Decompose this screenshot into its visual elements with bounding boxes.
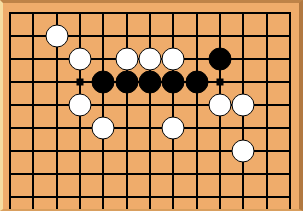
- empty-intersection[interactable]: [209, 117, 232, 140]
- empty-intersection[interactable]: [45, 48, 68, 71]
- empty-intersection[interactable]: [45, 94, 68, 117]
- empty-intersection[interactable]: [279, 94, 302, 117]
- empty-intersection[interactable]: [255, 163, 278, 186]
- empty-intersection[interactable]: [185, 163, 208, 186]
- empty-intersection[interactable]: [115, 2, 138, 25]
- empty-intersection[interactable]: [69, 140, 92, 163]
- empty-intersection[interactable]: [232, 25, 255, 48]
- empty-intersection[interactable]: [209, 2, 232, 25]
- empty-intersection[interactable]: [22, 163, 45, 186]
- empty-intersection[interactable]: [45, 140, 68, 163]
- empty-intersection[interactable]: [22, 25, 45, 48]
- empty-intersection[interactable]: [185, 186, 208, 209]
- white-stone[interactable]: [69, 94, 92, 117]
- empty-intersection[interactable]: [162, 25, 185, 48]
- empty-intersection[interactable]: [115, 117, 138, 140]
- empty-intersection[interactable]: [185, 117, 208, 140]
- empty-intersection[interactable]: [92, 94, 115, 117]
- empty-intersection[interactable]: [0, 94, 22, 117]
- empty-intersection[interactable]: [22, 186, 45, 209]
- empty-intersection[interactable]: [162, 186, 185, 209]
- empty-intersection[interactable]: [162, 94, 185, 117]
- empty-intersection[interactable]: [279, 117, 302, 140]
- empty-intersection[interactable]: [45, 71, 68, 94]
- empty-intersection[interactable]: [92, 2, 115, 25]
- empty-intersection[interactable]: [279, 48, 302, 71]
- empty-intersection[interactable]: [255, 186, 278, 209]
- empty-intersection[interactable]: [69, 117, 92, 140]
- empty-intersection[interactable]: [45, 186, 68, 209]
- white-stone[interactable]: [232, 140, 255, 163]
- empty-intersection[interactable]: [92, 140, 115, 163]
- empty-intersection[interactable]: [279, 186, 302, 209]
- empty-intersection[interactable]: [139, 25, 162, 48]
- stones-layer: [0, 0, 303, 211]
- empty-intersection[interactable]: [162, 2, 185, 25]
- empty-intersection[interactable]: [45, 2, 68, 25]
- empty-intersection[interactable]: [139, 117, 162, 140]
- empty-intersection[interactable]: [162, 163, 185, 186]
- empty-intersection[interactable]: [115, 94, 138, 117]
- black-stone[interactable]: [185, 71, 208, 94]
- empty-intersection[interactable]: [185, 2, 208, 25]
- empty-intersection[interactable]: [255, 48, 278, 71]
- empty-intersection[interactable]: [232, 2, 255, 25]
- empty-intersection[interactable]: [0, 2, 22, 25]
- empty-intersection[interactable]: [92, 163, 115, 186]
- hoshi-marker[interactable]: [217, 79, 224, 86]
- empty-intersection[interactable]: [209, 25, 232, 48]
- empty-intersection[interactable]: [255, 117, 278, 140]
- empty-intersection[interactable]: [255, 94, 278, 117]
- empty-intersection[interactable]: [232, 163, 255, 186]
- empty-intersection[interactable]: [185, 140, 208, 163]
- empty-intersection[interactable]: [232, 48, 255, 71]
- empty-intersection[interactable]: [255, 25, 278, 48]
- empty-intersection[interactable]: [139, 140, 162, 163]
- empty-intersection[interactable]: [185, 94, 208, 117]
- empty-intersection[interactable]: [255, 71, 278, 94]
- white-stone[interactable]: [232, 94, 255, 117]
- empty-intersection[interactable]: [22, 117, 45, 140]
- empty-intersection[interactable]: [69, 25, 92, 48]
- empty-intersection[interactable]: [22, 71, 45, 94]
- empty-intersection[interactable]: [162, 140, 185, 163]
- empty-intersection[interactable]: [45, 163, 68, 186]
- empty-intersection[interactable]: [255, 2, 278, 25]
- empty-intersection[interactable]: [0, 25, 22, 48]
- empty-intersection[interactable]: [69, 163, 92, 186]
- empty-intersection[interactable]: [279, 25, 302, 48]
- hoshi-marker[interactable]: [77, 79, 84, 86]
- white-stone[interactable]: [162, 117, 185, 140]
- white-stone[interactable]: [139, 48, 162, 71]
- white-stone[interactable]: [69, 48, 92, 71]
- empty-intersection[interactable]: [279, 2, 302, 25]
- empty-intersection[interactable]: [22, 94, 45, 117]
- empty-intersection[interactable]: [185, 48, 208, 71]
- empty-intersection[interactable]: [139, 186, 162, 209]
- empty-intersection[interactable]: [45, 117, 68, 140]
- empty-intersection[interactable]: [139, 94, 162, 117]
- empty-intersection[interactable]: [22, 140, 45, 163]
- empty-intersection[interactable]: [139, 163, 162, 186]
- empty-intersection[interactable]: [209, 186, 232, 209]
- empty-intersection[interactable]: [0, 71, 22, 94]
- black-stone[interactable]: [209, 48, 232, 71]
- empty-intersection[interactable]: [255, 140, 278, 163]
- empty-intersection[interactable]: [0, 48, 22, 71]
- empty-intersection[interactable]: [115, 186, 138, 209]
- empty-intersection[interactable]: [232, 71, 255, 94]
- white-stone[interactable]: [115, 48, 138, 71]
- empty-intersection[interactable]: [185, 25, 208, 48]
- go-board-diagram: [0, 0, 303, 211]
- empty-intersection[interactable]: [115, 25, 138, 48]
- empty-intersection[interactable]: [92, 48, 115, 71]
- empty-intersection[interactable]: [279, 140, 302, 163]
- empty-intersection[interactable]: [0, 163, 22, 186]
- empty-intersection[interactable]: [139, 2, 162, 25]
- empty-intersection[interactable]: [115, 163, 138, 186]
- empty-intersection[interactable]: [232, 186, 255, 209]
- empty-intersection[interactable]: [92, 25, 115, 48]
- white-stone[interactable]: [162, 48, 185, 71]
- empty-intersection[interactable]: [279, 71, 302, 94]
- empty-intersection[interactable]: [69, 186, 92, 209]
- black-stone[interactable]: [139, 71, 162, 94]
- black-stone[interactable]: [162, 71, 185, 94]
- empty-intersection[interactable]: [115, 140, 138, 163]
- empty-intersection[interactable]: [69, 2, 92, 25]
- empty-intersection[interactable]: [209, 163, 232, 186]
- white-stone[interactable]: [92, 117, 115, 140]
- white-stone[interactable]: [45, 25, 68, 48]
- empty-intersection[interactable]: [232, 117, 255, 140]
- white-stone[interactable]: [209, 94, 232, 117]
- empty-intersection[interactable]: [0, 140, 22, 163]
- black-stone[interactable]: [115, 71, 138, 94]
- empty-intersection[interactable]: [92, 186, 115, 209]
- empty-intersection[interactable]: [0, 117, 22, 140]
- empty-intersection[interactable]: [22, 48, 45, 71]
- empty-intersection[interactable]: [0, 186, 22, 209]
- empty-intersection[interactable]: [209, 140, 232, 163]
- black-stone[interactable]: [92, 71, 115, 94]
- empty-intersection[interactable]: [22, 2, 45, 25]
- empty-intersection[interactable]: [279, 163, 302, 186]
